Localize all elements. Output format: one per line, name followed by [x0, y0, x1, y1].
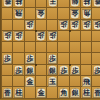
shogi-piece-桂-sente[interactable]: 桂 — [82, 88, 92, 98]
piece-kanji: 角 — [60, 90, 67, 97]
board-cell-3h[interactable] — [70, 76, 81, 87]
board-cell-4b[interactable] — [58, 8, 69, 19]
board-cell-7f[interactable]: 歩 — [25, 53, 36, 64]
board-cell-1g[interactable]: 歩 — [92, 65, 100, 76]
shogi-piece-歩-gote[interactable]: 歩 — [48, 31, 58, 41]
board-cell-1a[interactable]: 香 — [92, 0, 100, 8]
board-cell-6d[interactable]: 歩 — [36, 31, 47, 42]
shogi-piece-玉-sente[interactable]: 玉 — [48, 76, 58, 86]
board-cell-4g[interactable]: 歩 — [58, 65, 69, 76]
board-cell-2h[interactable]: 飛 — [81, 76, 92, 87]
board-cell-9c[interactable] — [2, 20, 13, 31]
board-cell-9i[interactable]: 香 — [2, 87, 13, 98]
board-cell-4h[interactable] — [58, 76, 69, 87]
shogi-piece-歩-gote[interactable]: 歩 — [59, 20, 69, 30]
piece-kanji: 香 — [4, 90, 11, 97]
board-cell-1b[interactable] — [92, 8, 100, 19]
shogi-piece-銀-gote[interactable]: 銀 — [70, 0, 80, 8]
board-cell-3c[interactable]: 歩 — [70, 20, 81, 31]
board-cell-4e[interactable] — [58, 42, 69, 53]
board-cell-8d[interactable]: 歩 — [13, 31, 24, 42]
shogi-piece-歩-sente[interactable]: 歩 — [48, 54, 58, 64]
board-cell-3b[interactable]: 金 — [70, 8, 81, 19]
piece-kanji: 銀 — [72, 90, 79, 97]
shogi-piece-歩-gote[interactable]: 歩 — [25, 20, 35, 30]
board-cell-7g[interactable]: 銀 — [25, 65, 36, 76]
shogi-piece-金-sente[interactable]: 金 — [36, 88, 46, 98]
piece-kanji: 玉 — [49, 79, 56, 86]
shogi-app-screen: 香桂王銀桂香飛金金角歩歩歩歩歩歩歩歩歩歩歩歩歩銀銀歩歩歩金玉飛香桂金角銀桂香 — [0, 0, 100, 100]
board-cell-2c[interactable]: 歩 — [81, 20, 92, 31]
shogi-piece-歩-sente[interactable]: 歩 — [93, 65, 100, 75]
board-cell-4c[interactable]: 歩 — [58, 20, 69, 31]
board-cell-6h[interactable] — [36, 76, 47, 87]
piece-kanji: 歩 — [94, 21, 100, 28]
shogi-board: 香桂王銀桂香飛金金角歩歩歩歩歩歩歩歩歩歩歩歩歩銀銀歩歩歩金玉飛香桂金角銀桂香 — [1, 0, 100, 99]
piece-kanji: 銀 — [49, 68, 56, 75]
shogi-piece-銀-sente[interactable]: 銀 — [48, 65, 58, 75]
board-cell-5e[interactable] — [47, 42, 58, 53]
board-cell-3e[interactable] — [70, 42, 81, 53]
shogi-piece-歩-sente[interactable]: 歩 — [70, 65, 80, 75]
shogi-piece-歩-gote[interactable]: 歩 — [36, 31, 46, 41]
board-cell-2i[interactable]: 桂 — [81, 87, 92, 98]
board-cell-9e[interactable] — [2, 42, 13, 53]
piece-kanji: 歩 — [15, 68, 22, 75]
board-cell-8h[interactable] — [13, 76, 24, 87]
shogi-piece-歩-sente[interactable]: 歩 — [3, 54, 13, 64]
piece-kanji: 飛 — [15, 9, 22, 16]
shogi-piece-香-gote[interactable]: 香 — [93, 0, 100, 8]
shogi-piece-金-sente[interactable]: 金 — [25, 76, 35, 86]
board-cell-5i[interactable] — [47, 87, 58, 98]
board-cell-2d[interactable] — [81, 31, 92, 42]
shogi-piece-歩-gote[interactable]: 歩 — [14, 31, 24, 41]
shogi-piece-王-gote[interactable]: 王 — [48, 0, 58, 8]
board-cell-2e[interactable] — [81, 42, 92, 53]
board-cell-6a[interactable] — [36, 0, 47, 8]
piece-kanji: 歩 — [60, 21, 67, 28]
piece-kanji: 歩 — [72, 21, 79, 28]
board-cell-5g[interactable]: 銀 — [47, 65, 58, 76]
shogi-piece-歩-gote[interactable]: 歩 — [93, 20, 100, 30]
piece-kanji: 歩 — [72, 68, 79, 75]
shogi-piece-歩-sente[interactable]: 歩 — [59, 65, 69, 75]
board-cell-7c[interactable]: 歩 — [25, 20, 36, 31]
shogi-piece-飛-gote[interactable]: 飛 — [14, 9, 24, 19]
piece-kanji: 歩 — [83, 21, 90, 28]
board-cell-2g[interactable] — [81, 65, 92, 76]
board-cell-5d[interactable]: 歩 — [47, 31, 58, 42]
board-cell-2b[interactable]: 角 — [81, 8, 92, 19]
piece-kanji: 桂 — [83, 0, 90, 5]
board-cell-6c[interactable] — [36, 20, 47, 31]
piece-kanji: 王 — [49, 0, 56, 5]
shogi-piece-歩-sente[interactable]: 歩 — [14, 65, 24, 75]
board-cell-6g[interactable] — [36, 65, 47, 76]
board-cell-7e[interactable] — [25, 42, 36, 53]
board-cell-9g[interactable] — [2, 65, 13, 76]
shogi-piece-金-gote[interactable]: 金 — [36, 9, 46, 19]
piece-kanji: 桂 — [15, 0, 22, 5]
piece-kanji: 歩 — [4, 32, 11, 39]
shogi-piece-香-gote[interactable]: 香 — [3, 0, 13, 8]
board-cell-8e[interactable] — [13, 42, 24, 53]
board-cell-5a[interactable]: 王 — [47, 0, 58, 8]
shogi-piece-桂-gote[interactable]: 桂 — [82, 0, 92, 8]
board-cell-1d[interactable] — [92, 31, 100, 42]
shogi-piece-歩-gote[interactable]: 歩 — [82, 20, 92, 30]
board-cell-8i[interactable]: 桂 — [13, 87, 24, 98]
board-cell-4f[interactable] — [58, 53, 69, 64]
board-cell-8g[interactable]: 歩 — [13, 65, 24, 76]
shogi-piece-銀-sente[interactable]: 銀 — [70, 88, 80, 98]
board-cell-6e[interactable] — [36, 42, 47, 53]
board-cell-4d[interactable] — [58, 31, 69, 42]
board-cell-5h[interactable]: 玉 — [47, 76, 58, 87]
piece-kanji: 香 — [94, 0, 100, 5]
shogi-piece-歩-gote[interactable]: 歩 — [3, 31, 13, 41]
piece-kanji: 歩 — [38, 32, 45, 39]
piece-kanji: 桂 — [15, 90, 22, 97]
board-cell-6f[interactable] — [36, 53, 47, 64]
board-cell-8c[interactable] — [13, 20, 24, 31]
board-cell-7i[interactable] — [25, 87, 36, 98]
piece-kanji: 歩 — [60, 68, 67, 75]
board-cell-2f[interactable] — [81, 53, 92, 64]
board-cell-4a[interactable] — [58, 0, 69, 8]
piece-kanji: 歩 — [49, 56, 56, 63]
piece-kanji: 香 — [4, 0, 11, 5]
shogi-piece-角-gote[interactable]: 角 — [82, 9, 92, 19]
board-cell-1e[interactable] — [92, 42, 100, 53]
piece-kanji: 歩 — [26, 21, 33, 28]
board-cell-4i[interactable]: 角 — [58, 87, 69, 98]
board-cell-6i[interactable]: 金 — [36, 87, 47, 98]
piece-kanji: 銀 — [26, 68, 33, 75]
piece-kanji: 金 — [72, 9, 79, 16]
board-cell-7h[interactable]: 金 — [25, 76, 36, 87]
piece-kanji: 歩 — [26, 56, 33, 63]
shogi-piece-桂-sente[interactable]: 桂 — [14, 88, 24, 98]
piece-kanji: 香 — [94, 90, 100, 97]
board-cell-8a[interactable]: 桂 — [13, 0, 24, 8]
piece-kanji: 歩 — [49, 32, 56, 39]
board-cell-1i[interactable]: 香 — [92, 87, 100, 98]
board-cell-5f[interactable]: 歩 — [47, 53, 58, 64]
board-cell-6b[interactable]: 金 — [36, 8, 47, 19]
piece-kanji: 銀 — [72, 0, 79, 5]
piece-kanji: 金 — [38, 90, 45, 97]
board-cell-1f[interactable] — [92, 53, 100, 64]
shogi-piece-飛-sente[interactable]: 飛 — [82, 76, 92, 86]
shogi-piece-角-sente[interactable]: 角 — [59, 88, 69, 98]
shogi-piece-金-gote[interactable]: 金 — [70, 9, 80, 19]
board-cell-7a[interactable] — [25, 0, 36, 8]
board-cell-9a[interactable]: 香 — [2, 0, 13, 8]
board-cell-1h[interactable] — [92, 76, 100, 87]
piece-kanji: 金 — [38, 9, 45, 16]
shogi-piece-銀-sente[interactable]: 銀 — [25, 65, 35, 75]
shogi-piece-香-sente[interactable]: 香 — [93, 88, 100, 98]
piece-kanji: 歩 — [94, 68, 100, 75]
board-cell-9b[interactable] — [2, 8, 13, 19]
board-cell-9d[interactable]: 歩 — [2, 31, 13, 42]
board-cell-3i[interactable]: 銀 — [70, 87, 81, 98]
board-cell-9h[interactable] — [2, 76, 13, 87]
piece-kanji: 歩 — [4, 56, 11, 63]
board-bottom-edge — [0, 99, 100, 100]
board-cell-8f[interactable] — [13, 53, 24, 64]
board-cell-3a[interactable]: 銀 — [70, 0, 81, 8]
board-cell-3f[interactable] — [70, 53, 81, 64]
board-cell-1c[interactable]: 歩 — [92, 20, 100, 31]
board-cell-2a[interactable]: 桂 — [81, 0, 92, 8]
shogi-piece-香-sente[interactable]: 香 — [3, 88, 13, 98]
shogi-piece-歩-gote[interactable]: 歩 — [70, 20, 80, 30]
shogi-piece-桂-gote[interactable]: 桂 — [14, 0, 24, 8]
board-left-edge — [0, 0, 1, 100]
piece-kanji: 金 — [26, 79, 33, 86]
board-cell-9f[interactable]: 歩 — [2, 53, 13, 64]
shogi-piece-歩-sente[interactable]: 歩 — [25, 54, 35, 64]
board-cell-5c[interactable] — [47, 20, 58, 31]
piece-kanji: 角 — [83, 9, 90, 16]
board-cell-3g[interactable]: 歩 — [70, 65, 81, 76]
board-cell-3d[interactable] — [70, 31, 81, 42]
piece-kanji: 歩 — [15, 32, 22, 39]
piece-kanji: 桂 — [83, 90, 90, 97]
board-cell-7b[interactable] — [25, 8, 36, 19]
board-cell-5b[interactable] — [47, 8, 58, 19]
board-cell-7d[interactable] — [25, 31, 36, 42]
piece-kanji: 飛 — [83, 79, 90, 86]
board-cell-8b[interactable]: 飛 — [13, 8, 24, 19]
